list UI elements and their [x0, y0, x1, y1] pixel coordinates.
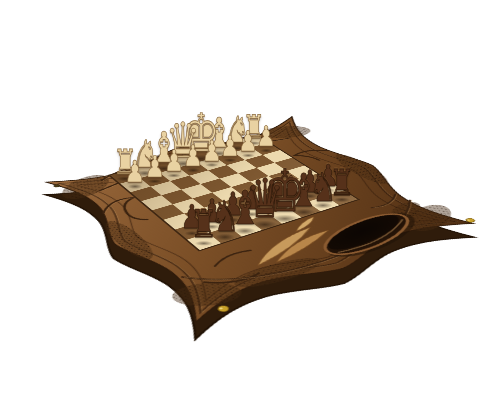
piece-white-pawn-f2: ♟ — [220, 132, 240, 161]
piece-white-pawn-a2: ♟ — [125, 157, 146, 187]
piece-white-pawn-d2: ♟ — [183, 142, 203, 171]
product-photo: ♜♞♝♛♚♝♞♜♟♟♟♟♟♟♟♟♟♟♟♟♟♟♟♟♜♞♝♛♚♝♞♜ — [0, 0, 500, 400]
piece-black-rook-a8: ♜ — [191, 206, 218, 244]
piece-white-pawn-e2: ♟ — [202, 137, 222, 166]
piece-white-pawn-h2: ♟ — [256, 123, 276, 151]
piece-white-pawn-c2: ♟ — [164, 147, 185, 177]
piece-white-pawn-b2: ♟ — [145, 152, 166, 182]
piece-white-pawn-g2: ♟ — [238, 127, 258, 155]
